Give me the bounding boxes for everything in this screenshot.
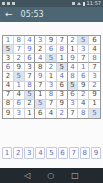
sudoku-cell-r3c2[interactable]: 2 (14, 54, 25, 63)
android-nav-bar: ◁ ○ □ (0, 168, 103, 183)
status-left-icons (2, 2, 15, 5)
sudoku-cell-r8c8[interactable]: 4 (78, 100, 89, 109)
numpad-key-7[interactable]: 7 (69, 147, 79, 159)
status-bar: 11:57 (0, 0, 103, 7)
sudoku-cell-r1c3[interactable]: 4 (25, 36, 36, 45)
numpad-key-9[interactable]: 9 (91, 147, 101, 159)
sudoku-cell-r8c4[interactable]: 5 (35, 100, 46, 109)
sudoku-cell-r8c3[interactable]: 2 (25, 100, 36, 109)
sudoku-cell-r2c7[interactable]: 1 (68, 45, 79, 54)
numpad-key-6[interactable]: 6 (58, 147, 68, 159)
sudoku-cell-r3c4[interactable]: 4 (35, 54, 46, 63)
sudoku-cell-r9c7[interactable]: 7 (68, 109, 79, 118)
sudoku-cell-r8c1[interactable]: 8 (3, 100, 14, 109)
back-arrow-icon[interactable]: ← (5, 7, 13, 22)
sudoku-board: 1843972565792681343264519786938254172579… (2, 35, 101, 119)
numpad-key-1[interactable]: 1 (2, 147, 12, 159)
sudoku-cell-r2c8[interactable]: 3 (78, 45, 89, 54)
sudoku-cell-r8c2[interactable]: 6 (14, 100, 25, 109)
notification-icon (12, 2, 15, 5)
sudoku-cell-r3c9[interactable]: 8 (89, 54, 100, 63)
wifi-icon (72, 2, 75, 5)
sudoku-cell-r8c5[interactable]: 7 (46, 100, 57, 109)
nav-home-icon[interactable]: ○ (47, 168, 54, 183)
sudoku-cell-r1c9[interactable]: 6 (89, 36, 100, 45)
signal-icon (77, 2, 81, 5)
sudoku-cell-r2c3[interactable]: 9 (25, 45, 36, 54)
sudoku-cell-r9c2[interactable]: 3 (14, 109, 25, 118)
sudoku-cell-r3c3[interactable]: 6 (25, 54, 36, 63)
numpad-key-5[interactable]: 5 (46, 147, 56, 159)
numpad-key-8[interactable]: 8 (80, 147, 90, 159)
sudoku-cell-r9c5[interactable]: 4 (46, 109, 57, 118)
sudoku-cell-r3c5[interactable]: 5 (46, 54, 57, 63)
sudoku-cell-r2c9[interactable]: 4 (89, 45, 100, 54)
sudoku-cell-r1c1[interactable]: 1 (3, 36, 14, 45)
nav-recents-icon[interactable]: □ (71, 168, 79, 183)
numpad-key-3[interactable]: 3 (24, 147, 34, 159)
battery-icon (83, 2, 85, 6)
notification-icon (7, 2, 10, 5)
number-pad: 123456789 (2, 147, 101, 159)
numpad-key-2[interactable]: 2 (13, 147, 23, 159)
toolbar: ← 05:53 (0, 7, 103, 22)
sudoku-cell-r9c8[interactable]: 8 (78, 109, 89, 118)
game-timer: 05:53 (21, 7, 44, 22)
sudoku-cell-r1c6[interactable]: 7 (57, 36, 68, 45)
sudoku-cell-r2c5[interactable]: 6 (46, 45, 57, 54)
sudoku-cell-r1c5[interactable]: 9 (46, 36, 57, 45)
sudoku-cell-r1c4[interactable]: 3 (35, 36, 46, 45)
sudoku-cell-r9c9[interactable]: 5 (89, 109, 100, 118)
sudoku-cell-r9c4[interactable]: 6 (35, 109, 46, 118)
sudoku-cell-r2c1[interactable]: 5 (3, 45, 14, 54)
sudoku-cell-r1c2[interactable]: 8 (14, 36, 25, 45)
sudoku-cell-r1c8[interactable]: 5 (78, 36, 89, 45)
numpad-key-4[interactable]: 4 (35, 147, 45, 159)
sudoku-cell-r3c6[interactable]: 1 (57, 54, 68, 63)
app-screen: 11:57 ← 05:53 18439725657926813432645197… (0, 0, 103, 183)
sudoku-cell-r2c6[interactable]: 8 (57, 45, 68, 54)
sudoku-cell-r9c3[interactable]: 1 (25, 109, 36, 118)
sudoku-cell-r1c7[interactable]: 2 (68, 36, 79, 45)
sudoku-cell-r2c2[interactable]: 7 (14, 45, 25, 54)
status-right-icons: 11:57 (72, 0, 101, 7)
sudoku-cell-r8c7[interactable]: 3 (68, 100, 79, 109)
notification-icon (2, 2, 5, 5)
sudoku-cell-r8c9[interactable]: 1 (89, 100, 100, 109)
sudoku-cell-r9c6[interactable]: 2 (57, 109, 68, 118)
sudoku-cell-r3c7[interactable]: 9 (68, 54, 79, 63)
sudoku-cell-r3c1[interactable]: 3 (3, 54, 14, 63)
sudoku-cell-r8c6[interactable]: 9 (57, 100, 68, 109)
sudoku-cell-r2c4[interactable]: 2 (35, 45, 46, 54)
nav-back-icon[interactable]: ◁ (24, 168, 30, 183)
clock-text: 11:57 (87, 0, 101, 7)
sudoku-cell-r3c8[interactable]: 7 (78, 54, 89, 63)
sudoku-cell-r9c1[interactable]: 9 (3, 109, 14, 118)
